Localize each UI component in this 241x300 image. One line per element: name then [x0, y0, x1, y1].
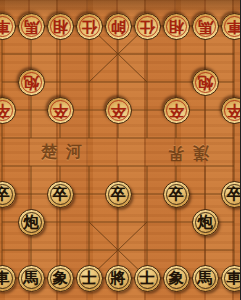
piece-red-horse-right[interactable]: 馬	[192, 13, 219, 40]
piece-character: 馬	[198, 271, 213, 286]
piece-black-advisor-right[interactable]: 士	[134, 265, 161, 292]
piece-red-soldier-c[interactable]: 卒	[47, 97, 74, 124]
piece-character: 卒	[169, 103, 184, 118]
piece-black-soldier-i[interactable]: 卒	[221, 181, 241, 208]
piece-character: 卒	[0, 187, 10, 202]
piece-character: 炮	[24, 75, 39, 90]
piece-character: 相	[53, 19, 68, 34]
piece-red-advisor-left[interactable]: 仕	[76, 13, 103, 40]
piece-red-chariot-right[interactable]: 車	[221, 13, 241, 40]
piece-character: 卒	[111, 187, 126, 202]
piece-red-elephant-right[interactable]: 相	[163, 13, 190, 40]
piece-red-soldier-g[interactable]: 卒	[163, 97, 190, 124]
piece-character: 車	[227, 271, 241, 286]
piece-character: 炮	[198, 75, 213, 90]
xiangqi-board[interactable]: 楚河 漢界 車馬相仕帥仕相馬車炮炮卒卒卒卒卒卒卒卒卒卒炮炮車馬象士將士象馬車	[0, 0, 240, 300]
piece-red-soldier-e[interactable]: 卒	[105, 97, 132, 124]
piece-red-soldier-i[interactable]: 卒	[221, 97, 241, 124]
piece-black-horse-right[interactable]: 馬	[192, 265, 219, 292]
piece-character: 卒	[53, 187, 68, 202]
piece-black-cannon-right[interactable]: 炮	[192, 209, 219, 236]
piece-character: 相	[169, 19, 184, 34]
piece-character: 象	[53, 271, 68, 286]
piece-character: 炮	[24, 215, 39, 230]
piece-black-elephant-left[interactable]: 象	[47, 265, 74, 292]
piece-character: 車	[0, 19, 10, 34]
piece-red-horse-left[interactable]: 馬	[18, 13, 45, 40]
piece-character: 卒	[169, 187, 184, 202]
piece-black-soldier-c[interactable]: 卒	[47, 181, 74, 208]
piece-character: 士	[82, 271, 97, 286]
piece-character: 帥	[111, 19, 126, 34]
piece-character: 馬	[24, 19, 39, 34]
piece-black-cannon-left[interactable]: 炮	[18, 209, 45, 236]
piece-character: 炮	[198, 215, 213, 230]
piece-black-chariot-right[interactable]: 車	[221, 265, 241, 292]
piece-character: 卒	[53, 103, 68, 118]
piece-black-soldier-e[interactable]: 卒	[105, 181, 132, 208]
piece-character: 將	[111, 271, 126, 286]
piece-red-general[interactable]: 帥	[105, 13, 132, 40]
piece-character: 卒	[111, 103, 126, 118]
piece-red-elephant-left[interactable]: 相	[47, 13, 74, 40]
piece-red-advisor-right[interactable]: 仕	[134, 13, 161, 40]
piece-character: 車	[227, 19, 241, 34]
piece-black-advisor-left[interactable]: 士	[76, 265, 103, 292]
piece-character: 馬	[24, 271, 39, 286]
piece-black-horse-left[interactable]: 馬	[18, 265, 45, 292]
piece-black-general[interactable]: 將	[105, 265, 132, 292]
piece-red-cannon-left[interactable]: 炮	[18, 69, 45, 96]
piece-character: 馬	[198, 19, 213, 34]
piece-character: 士	[140, 271, 155, 286]
piece-character: 車	[0, 271, 10, 286]
piece-character: 象	[169, 271, 184, 286]
piece-black-soldier-g[interactable]: 卒	[163, 181, 190, 208]
piece-character: 卒	[227, 187, 241, 202]
piece-character: 卒	[227, 103, 241, 118]
piece-character: 卒	[0, 103, 10, 118]
piece-character: 仕	[82, 19, 97, 34]
piece-black-elephant-right[interactable]: 象	[163, 265, 190, 292]
piece-red-cannon-right[interactable]: 炮	[192, 69, 219, 96]
piece-character: 仕	[140, 19, 155, 34]
river-label-chu-he: 楚河	[28, 139, 104, 165]
river-label-han-jie: 漢界	[146, 140, 222, 166]
